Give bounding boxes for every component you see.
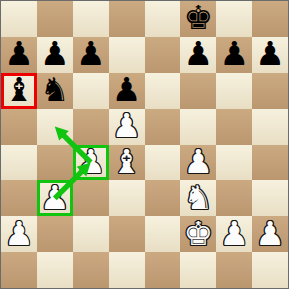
square-d2[interactable] xyxy=(109,216,145,252)
black-pawn-f7[interactable]: ♟ xyxy=(184,37,214,70)
square-d8[interactable] xyxy=(109,1,145,37)
black-pawn-d6[interactable]: ♟ xyxy=(112,73,142,106)
square-c3[interactable] xyxy=(73,180,109,216)
square-f5[interactable] xyxy=(180,109,216,145)
square-h7[interactable]: ♟ xyxy=(252,37,288,73)
square-h8[interactable] xyxy=(252,1,288,37)
square-f6[interactable] xyxy=(180,73,216,109)
square-d6[interactable]: ♟ xyxy=(109,73,145,109)
white-knight-f3[interactable]: ♞ xyxy=(184,181,214,214)
white-king-f2[interactable]: ♚ xyxy=(184,217,214,250)
square-f4[interactable]: ♟ xyxy=(180,145,216,181)
square-e7[interactable] xyxy=(145,37,181,73)
black-pawn-h7[interactable]: ♟ xyxy=(255,37,285,70)
square-e3[interactable] xyxy=(145,180,181,216)
square-f7[interactable]: ♟ xyxy=(180,37,216,73)
black-pawn-c7[interactable]: ♟ xyxy=(76,37,106,70)
square-c6[interactable] xyxy=(73,73,109,109)
white-pawn-a2[interactable]: ♟ xyxy=(4,217,34,250)
square-e1[interactable] xyxy=(145,252,181,288)
square-g3[interactable] xyxy=(216,180,252,216)
white-bishop-d4[interactable]: ♝ xyxy=(112,145,142,178)
square-c4[interactable]: ♟ xyxy=(73,145,109,181)
square-g1[interactable] xyxy=(216,252,252,288)
square-d3[interactable] xyxy=(109,180,145,216)
square-a3[interactable] xyxy=(1,180,37,216)
square-e6[interactable] xyxy=(145,73,181,109)
square-e8[interactable] xyxy=(145,1,181,37)
square-g6[interactable] xyxy=(216,73,252,109)
square-f1[interactable] xyxy=(180,252,216,288)
square-d1[interactable] xyxy=(109,252,145,288)
square-e4[interactable] xyxy=(145,145,181,181)
square-c1[interactable] xyxy=(73,252,109,288)
square-b7[interactable]: ♟ xyxy=(37,37,73,73)
white-pawn-h2[interactable]: ♟ xyxy=(255,217,285,250)
square-a5[interactable] xyxy=(1,109,37,145)
white-pawn-c4[interactable]: ♟ xyxy=(76,145,106,178)
square-e5[interactable] xyxy=(145,109,181,145)
square-b4[interactable] xyxy=(37,145,73,181)
black-knight-b6[interactable]: ♞ xyxy=(40,73,70,106)
square-h4[interactable] xyxy=(252,145,288,181)
white-pawn-b3[interactable]: ♟ xyxy=(40,181,70,214)
square-g8[interactable] xyxy=(216,1,252,37)
square-a8[interactable] xyxy=(1,1,37,37)
square-d7[interactable] xyxy=(109,37,145,73)
square-f8[interactable]: ♚ xyxy=(180,1,216,37)
square-e2[interactable] xyxy=(145,216,181,252)
square-b3[interactable]: ♟ xyxy=(37,180,73,216)
square-b6[interactable]: ♞ xyxy=(37,73,73,109)
square-g5[interactable] xyxy=(216,109,252,145)
square-c7[interactable]: ♟ xyxy=(73,37,109,73)
square-d5[interactable]: ♟ xyxy=(109,109,145,145)
square-g2[interactable]: ♟ xyxy=(216,216,252,252)
black-bishop-a6[interactable]: ♝ xyxy=(4,73,34,106)
square-a2[interactable]: ♟ xyxy=(1,216,37,252)
square-b1[interactable] xyxy=(37,252,73,288)
square-h5[interactable] xyxy=(252,109,288,145)
black-king-f8[interactable]: ♚ xyxy=(184,1,214,34)
white-pawn-f4[interactable]: ♟ xyxy=(184,145,214,178)
square-b5[interactable] xyxy=(37,109,73,145)
square-b2[interactable] xyxy=(37,216,73,252)
square-a4[interactable] xyxy=(1,145,37,181)
square-a6[interactable]: ♝ xyxy=(1,73,37,109)
square-a7[interactable]: ♟ xyxy=(1,37,37,73)
square-g7[interactable]: ♟ xyxy=(216,37,252,73)
white-pawn-d5[interactable]: ♟ xyxy=(112,109,142,142)
black-pawn-b7[interactable]: ♟ xyxy=(40,37,70,70)
black-pawn-g7[interactable]: ♟ xyxy=(219,37,249,70)
white-pawn-g2[interactable]: ♟ xyxy=(219,217,249,250)
square-h3[interactable] xyxy=(252,180,288,216)
square-c2[interactable] xyxy=(73,216,109,252)
board-grid: ♚♟♟♟♟♟♟♝♞♟♟♟♝♟♟♞♟♚♟♟ xyxy=(1,1,288,288)
square-h2[interactable]: ♟ xyxy=(252,216,288,252)
square-f3[interactable]: ♞ xyxy=(180,180,216,216)
square-g4[interactable] xyxy=(216,145,252,181)
black-pawn-a7[interactable]: ♟ xyxy=(4,37,34,70)
square-d4[interactable]: ♝ xyxy=(109,145,145,181)
square-h1[interactable] xyxy=(252,252,288,288)
square-b8[interactable] xyxy=(37,1,73,37)
square-h6[interactable] xyxy=(252,73,288,109)
chessboard-frame: ♚♟♟♟♟♟♟♝♞♟♟♟♝♟♟♞♟♚♟♟ xyxy=(0,0,289,289)
square-c8[interactable] xyxy=(73,1,109,37)
square-a1[interactable] xyxy=(1,252,37,288)
square-f2[interactable]: ♚ xyxy=(180,216,216,252)
square-c5[interactable] xyxy=(73,109,109,145)
